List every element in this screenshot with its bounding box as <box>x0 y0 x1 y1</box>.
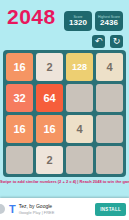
undo-button[interactable]: ↶ <box>92 35 105 48</box>
tile-2: 2 <box>36 53 63 81</box>
undo-icon: ↶ <box>95 36 103 46</box>
empty-cell <box>96 115 123 143</box>
ad-banner[interactable]: T Tez, by Google Google Play | FREE INST… <box>0 198 129 220</box>
game-title: 2048 <box>7 5 56 29</box>
hint-text: Swipe to add similar numbers (2 + 2 = 4)… <box>0 179 129 184</box>
tile-16: 16 <box>6 53 33 81</box>
tile-64: 64 <box>36 84 63 112</box>
score-row: Score 1320 Highest Score 2436 <box>64 11 123 31</box>
empty-cell <box>96 146 123 174</box>
score-value: 1320 <box>69 19 87 28</box>
ad-store-line: Google Play | FREE <box>19 210 55 215</box>
highest-score-value: 2436 <box>100 19 118 28</box>
empty-cell <box>66 146 93 174</box>
tile-128: 128 <box>66 53 93 81</box>
tile-4: 4 <box>66 115 93 143</box>
tile-32: 32 <box>6 84 33 112</box>
board-grid[interactable]: 16212843264161642 <box>3 50 126 177</box>
tile-4: 4 <box>96 53 123 81</box>
empty-cell <box>6 146 33 174</box>
highest-score-box: Highest Score 2436 <box>95 11 123 31</box>
app-screen: 2048 Score 1320 Highest Score 2436 ↶ ↻ 1… <box>0 0 129 220</box>
restart-button[interactable]: ↻ <box>110 35 123 48</box>
tile-2: 2 <box>36 146 63 174</box>
tile-16: 16 <box>36 115 63 143</box>
ad-partial-icon <box>0 204 5 214</box>
empty-cell <box>96 84 123 112</box>
tile-16: 16 <box>6 115 33 143</box>
install-button[interactable]: INSTALL <box>95 203 126 216</box>
ad-app-name: Tez, by Google <box>19 203 55 209</box>
score-box: Score 1320 <box>64 11 92 31</box>
tez-app-icon: T <box>9 203 16 215</box>
empty-cell <box>66 84 93 112</box>
ad-text-block: Tez, by Google Google Play | FREE <box>19 203 55 215</box>
toolbar: ↶ ↻ <box>92 35 123 48</box>
restart-icon: ↻ <box>113 36 121 46</box>
